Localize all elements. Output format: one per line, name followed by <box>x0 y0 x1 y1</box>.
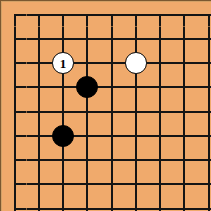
intersection <box>51 27 75 51</box>
intersection <box>124 27 148 51</box>
intersection <box>75 172 99 196</box>
intersection <box>2 51 26 75</box>
intersection <box>172 124 196 148</box>
intersection <box>2 99 26 123</box>
intersection <box>99 2 123 26</box>
intersection <box>75 2 99 26</box>
intersection <box>75 148 99 172</box>
intersection <box>2 172 26 196</box>
intersection <box>27 2 51 26</box>
intersection <box>27 197 51 211</box>
intersection <box>75 75 99 99</box>
intersection <box>51 2 75 26</box>
intersection <box>197 27 211 51</box>
intersection <box>99 197 123 211</box>
intersection <box>124 51 148 75</box>
intersection <box>197 124 211 148</box>
intersection <box>197 2 211 26</box>
intersection <box>148 124 172 148</box>
intersection <box>2 75 26 99</box>
intersection <box>51 75 75 99</box>
intersection <box>124 124 148 148</box>
intersection <box>27 27 51 51</box>
intersection <box>148 2 172 26</box>
intersection <box>51 99 75 123</box>
intersection <box>51 197 75 211</box>
intersection <box>99 124 123 148</box>
intersection <box>172 148 196 172</box>
intersection <box>172 27 196 51</box>
intersection <box>99 27 123 51</box>
go-board-grid: 1 <box>2 2 211 211</box>
intersection <box>197 51 211 75</box>
intersection <box>148 75 172 99</box>
intersection <box>148 27 172 51</box>
intersection <box>197 197 211 211</box>
intersection <box>124 99 148 123</box>
intersection <box>172 197 196 211</box>
intersection <box>99 99 123 123</box>
intersection <box>172 75 196 99</box>
white-stone <box>125 52 147 74</box>
intersection <box>99 172 123 196</box>
intersection <box>124 75 148 99</box>
move-number-label: 1 <box>60 56 67 69</box>
intersection <box>148 197 172 211</box>
intersection <box>75 99 99 123</box>
intersection <box>27 172 51 196</box>
intersection <box>51 148 75 172</box>
intersection <box>99 75 123 99</box>
white-stone-1: 1 <box>52 52 74 74</box>
intersection <box>75 51 99 75</box>
intersection <box>172 2 196 26</box>
intersection <box>51 124 75 148</box>
intersection <box>51 172 75 196</box>
intersection <box>2 27 26 51</box>
intersection <box>124 197 148 211</box>
intersection <box>75 27 99 51</box>
intersection <box>148 51 172 75</box>
intersection <box>197 99 211 123</box>
black-stone <box>76 76 98 98</box>
intersection <box>75 197 99 211</box>
intersection <box>2 148 26 172</box>
intersection <box>172 99 196 123</box>
intersection <box>124 172 148 196</box>
intersection <box>197 75 211 99</box>
intersection <box>172 51 196 75</box>
intersection <box>197 148 211 172</box>
intersection <box>148 148 172 172</box>
intersection <box>148 172 172 196</box>
intersection <box>148 99 172 123</box>
intersection <box>2 124 26 148</box>
intersection <box>197 172 211 196</box>
intersection <box>99 148 123 172</box>
intersection <box>124 2 148 26</box>
intersection <box>172 172 196 196</box>
go-board-diagram: 1 <box>0 0 211 211</box>
black-stone <box>52 125 74 147</box>
intersection <box>75 124 99 148</box>
intersection <box>2 2 26 26</box>
intersection <box>27 51 51 75</box>
intersection: 1 <box>51 51 75 75</box>
intersection <box>27 99 51 123</box>
intersection <box>99 51 123 75</box>
intersection <box>27 148 51 172</box>
intersection <box>27 75 51 99</box>
intersection <box>27 124 51 148</box>
intersection <box>2 197 26 211</box>
intersection <box>124 148 148 172</box>
